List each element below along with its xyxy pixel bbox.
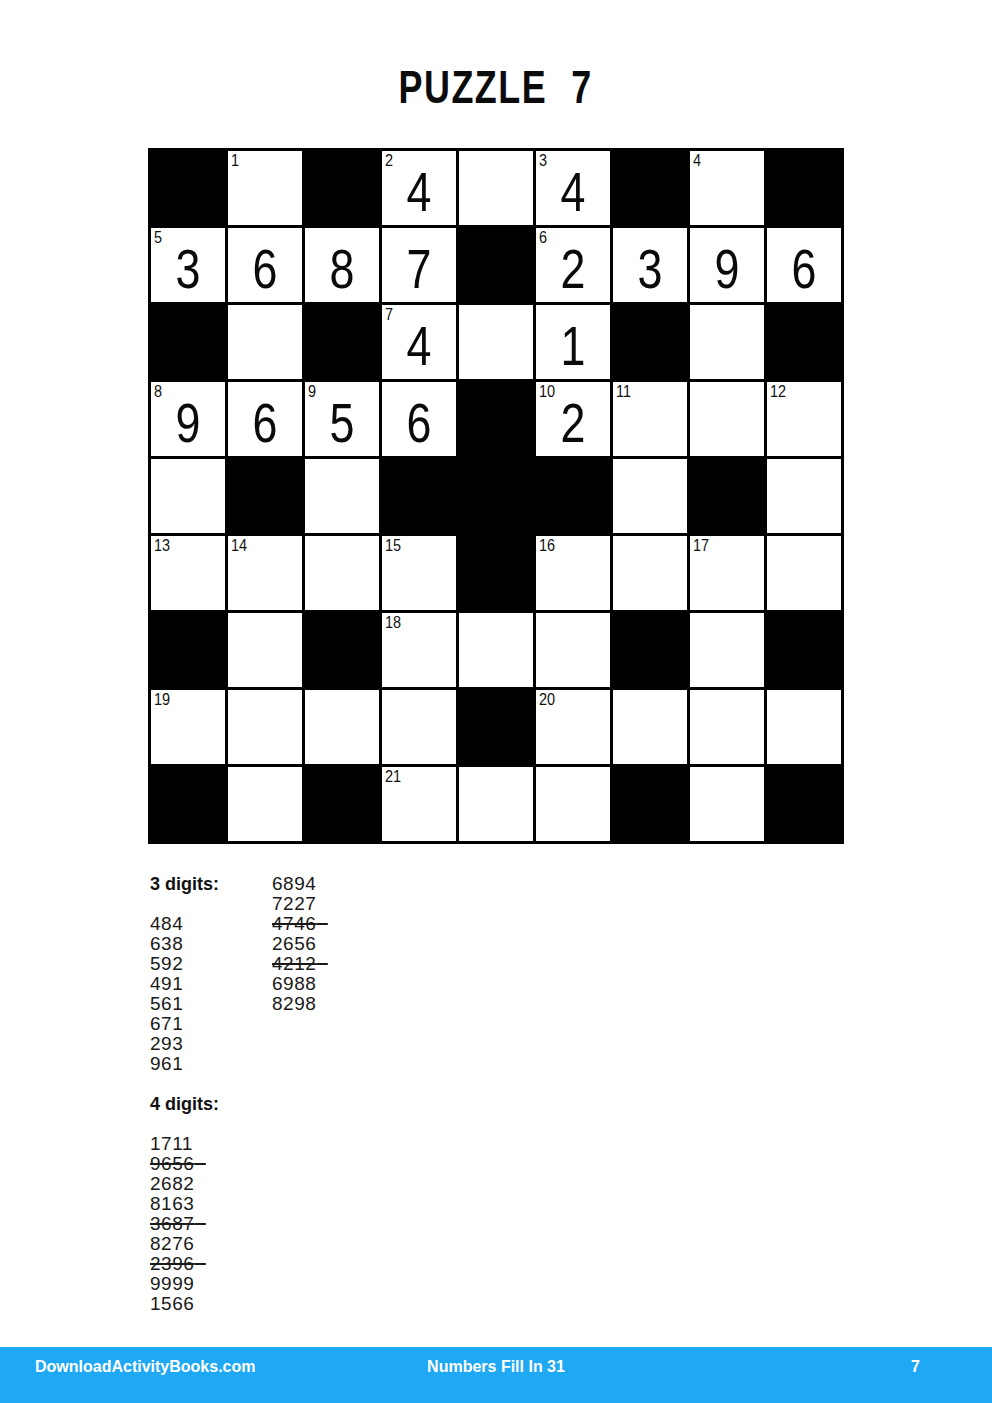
clue-number: 17	[693, 537, 709, 556]
grid-cell[interactable]: 9	[690, 228, 764, 302]
grid-cell	[613, 613, 687, 687]
clue-number: 14	[231, 537, 247, 556]
grid-cell[interactable]: 11	[613, 382, 687, 456]
page-title: PUZZLE 7	[0, 60, 992, 114]
grid-cell	[767, 613, 841, 687]
clue-number: 20	[539, 691, 555, 710]
grid-cell[interactable]	[459, 305, 533, 379]
grid-cell	[305, 151, 379, 225]
clue-value: 1566	[150, 1294, 219, 1314]
clue-value: 671	[150, 1014, 219, 1034]
grid-cell[interactable]: 34	[536, 151, 610, 225]
clue-number: 21	[385, 768, 401, 787]
grid-cell[interactable]	[690, 767, 764, 841]
grid-cell[interactable]: 18	[382, 613, 456, 687]
grid-cell[interactable]	[305, 536, 379, 610]
grid-cell[interactable]: 102	[536, 382, 610, 456]
four-digit-items: 171196562682816336878276239699991566	[150, 1134, 219, 1314]
puzzle-grid: 1243445368762396741896956102111213141516…	[148, 148, 844, 844]
clue-value: 592	[150, 954, 219, 974]
grid-cell[interactable]: 4	[690, 151, 764, 225]
grid-cell[interactable]: 6	[228, 382, 302, 456]
grid-cell[interactable]: 21	[382, 767, 456, 841]
clue-value: 491	[150, 974, 219, 994]
four-digit-list-column-2: 6894722747462656421269888298	[272, 874, 328, 1014]
grid-cell	[536, 459, 610, 533]
cell-digit: 8	[312, 241, 371, 297]
grid-cell[interactable]	[459, 767, 533, 841]
grid-cell[interactable]: 89	[151, 382, 225, 456]
grid-cell[interactable]	[690, 690, 764, 764]
footer-website-link[interactable]: DownloadActivityBooks.com	[35, 1358, 255, 1376]
footer-bar: DownloadActivityBooks.com Numbers Fill I…	[0, 1347, 992, 1403]
clue-value: 6988	[272, 974, 328, 994]
cell-digit: 4	[389, 318, 448, 374]
grid-cell	[459, 228, 533, 302]
clue-value: 638	[150, 934, 219, 954]
clue-number: 1	[231, 152, 239, 171]
grid-cell[interactable]: 53	[151, 228, 225, 302]
four-digit-list: 4 digits: 171196562682816336878276239699…	[150, 1094, 219, 1314]
grid-cell[interactable]	[613, 690, 687, 764]
grid-cell[interactable]: 62	[536, 228, 610, 302]
grid-cell	[767, 767, 841, 841]
grid-cell[interactable]	[767, 459, 841, 533]
grid-cell[interactable]	[228, 767, 302, 841]
grid-cell[interactable]: 20	[536, 690, 610, 764]
clue-value: 2656	[272, 934, 328, 954]
grid-cell	[151, 613, 225, 687]
grid-cell	[459, 382, 533, 456]
clue-value: 4746	[272, 914, 328, 934]
clue-number: 15	[385, 537, 401, 556]
clue-value: 3687	[150, 1214, 219, 1234]
grid-cell[interactable]: 7	[382, 228, 456, 302]
clue-value: 293	[150, 1034, 219, 1054]
grid-cell	[305, 305, 379, 379]
cell-digit: 9	[158, 395, 217, 451]
grid-cell[interactable]: 6	[382, 382, 456, 456]
clue-value: 2396	[150, 1254, 219, 1274]
clue-value: 4212	[272, 954, 328, 974]
grid-cell	[459, 459, 533, 533]
four-digit-header: 4 digits:	[150, 1094, 219, 1114]
grid-cell[interactable]: 17	[690, 536, 764, 610]
cell-digit: 6	[235, 395, 294, 451]
grid-cell[interactable]	[228, 305, 302, 379]
grid-cell	[767, 151, 841, 225]
grid-cell	[767, 305, 841, 379]
clue-value: 9656	[150, 1154, 219, 1174]
clue-value: 561	[150, 994, 219, 1014]
grid-cell	[151, 767, 225, 841]
grid-cell[interactable]	[690, 382, 764, 456]
cell-digit: 9	[697, 241, 756, 297]
footer-book-title: Numbers Fill In 31	[427, 1358, 565, 1376]
clue-value: 9999	[150, 1274, 219, 1294]
grid-cell	[613, 305, 687, 379]
clue-value: 2682	[150, 1174, 219, 1194]
cell-digit: 2	[543, 241, 602, 297]
grid-cell[interactable]	[382, 690, 456, 764]
clue-value: 6894	[272, 874, 328, 894]
grid-cell	[382, 459, 456, 533]
clue-value: 1711	[150, 1134, 219, 1154]
grid-cell[interactable]: 12	[767, 382, 841, 456]
clue-number: 19	[154, 691, 170, 710]
grid-cell[interactable]	[305, 690, 379, 764]
grid-cell[interactable]: 14	[228, 536, 302, 610]
grid-cell[interactable]	[613, 536, 687, 610]
clue-number: 12	[770, 383, 786, 402]
cell-digit: 3	[158, 241, 217, 297]
grid-cell[interactable]	[536, 613, 610, 687]
three-digit-header: 3 digits:	[150, 874, 219, 894]
clue-number: 18	[385, 614, 401, 633]
clue-number: 11	[616, 383, 631, 402]
clue-number: 13	[154, 537, 170, 556]
grid-cell[interactable]: 6	[767, 228, 841, 302]
grid-cell[interactable]: 3	[613, 228, 687, 302]
grid-cell[interactable]: 13	[151, 536, 225, 610]
cell-digit: 3	[620, 241, 679, 297]
clue-value: 8298	[272, 994, 328, 1014]
cell-digit: 2	[543, 395, 602, 451]
grid-cell[interactable]: 15	[382, 536, 456, 610]
grid-cell	[305, 767, 379, 841]
grid-cell[interactable]: 1	[228, 151, 302, 225]
grid-cell[interactable]	[459, 151, 533, 225]
page-title-text: PUZZLE 7	[399, 60, 593, 114]
cell-digit: 6	[774, 241, 833, 297]
clue-value: 8276	[150, 1234, 219, 1254]
grid-cell	[151, 305, 225, 379]
grid-cell[interactable]: 1	[536, 305, 610, 379]
cell-digit: 4	[543, 164, 602, 220]
cell-digit: 1	[543, 318, 602, 374]
grid-cell[interactable]	[536, 767, 610, 841]
grid-cell[interactable]	[305, 459, 379, 533]
clue-number: 4	[693, 152, 701, 171]
cell-digit: 7	[389, 241, 448, 297]
grid-cell[interactable]: 6	[228, 228, 302, 302]
cell-digit: 6	[389, 395, 448, 451]
grid-cell[interactable]: 19	[151, 690, 225, 764]
grid-cell[interactable]	[767, 690, 841, 764]
grid-cell[interactable]	[767, 536, 841, 610]
grid-cell[interactable]	[151, 459, 225, 533]
grid-cell	[305, 613, 379, 687]
three-digit-items: 484638592491561671293961	[150, 914, 219, 1074]
grid-cell[interactable]: 74	[382, 305, 456, 379]
grid-cell[interactable]	[228, 613, 302, 687]
grid-cell	[459, 690, 533, 764]
grid-cell[interactable]: 16	[536, 536, 610, 610]
footer-page-number: 7	[911, 1358, 920, 1376]
grid-cell[interactable]: 95	[305, 382, 379, 456]
clue-value: 484	[150, 914, 219, 934]
grid-cell[interactable]	[613, 459, 687, 533]
grid-cell	[613, 151, 687, 225]
cell-digit: 4	[389, 164, 448, 220]
four-digit-col2-items: 6894722747462656421269888298	[272, 874, 328, 1014]
grid-cell	[459, 536, 533, 610]
cell-digit: 5	[312, 395, 371, 451]
grid-cell[interactable]	[690, 613, 764, 687]
grid-cell	[690, 459, 764, 533]
clue-number: 16	[539, 537, 555, 556]
grid-cell[interactable]: 24	[382, 151, 456, 225]
grid-cell[interactable]	[690, 305, 764, 379]
cell-digit: 6	[235, 241, 294, 297]
grid-cell	[613, 767, 687, 841]
grid-cell[interactable]	[228, 690, 302, 764]
grid-cell[interactable]	[459, 613, 533, 687]
clue-value: 7227	[272, 894, 328, 914]
clue-value: 8163	[150, 1194, 219, 1214]
grid-cell	[151, 151, 225, 225]
three-digit-list: 3 digits: 484638592491561671293961	[150, 874, 219, 1074]
clue-value: 961	[150, 1054, 219, 1074]
grid-cell[interactable]: 8	[305, 228, 379, 302]
grid-cell	[228, 459, 302, 533]
